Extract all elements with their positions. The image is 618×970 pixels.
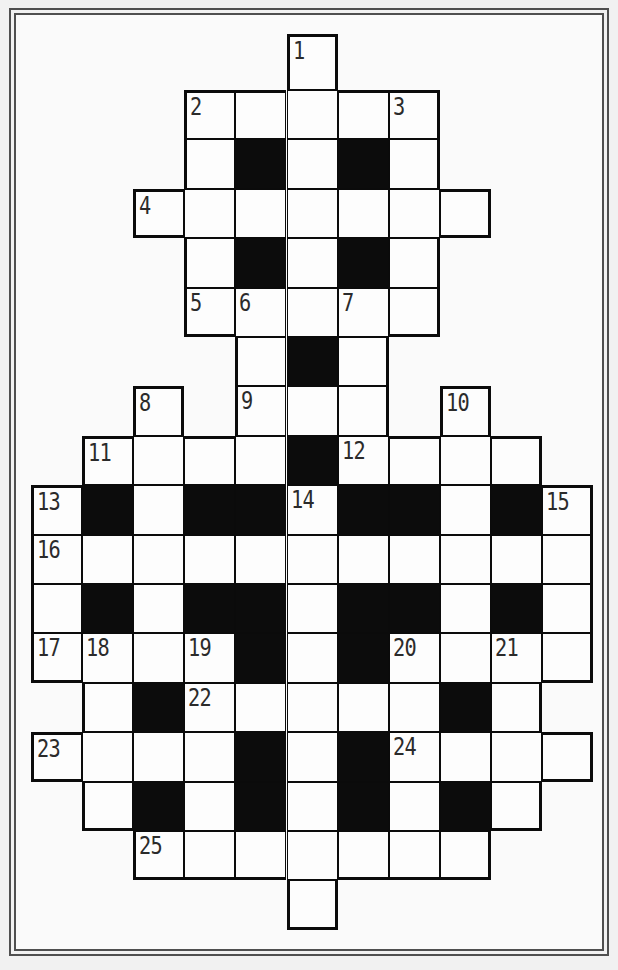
clue-number-19: 19 — [188, 635, 211, 660]
cell-r13c3[interactable]: 22 — [184, 683, 235, 732]
cell-r9c2[interactable] — [133, 485, 184, 534]
cell-r13c5[interactable] — [287, 683, 338, 732]
page: { "game": "crossword", "description": "E… — [0, 0, 618, 970]
cell-r10c0[interactable]: 16 — [31, 535, 82, 584]
black-cell-r15c2 — [133, 782, 184, 831]
cell-r4c7[interactable] — [389, 238, 440, 287]
black-cell-r9c3 — [184, 485, 235, 534]
black-cell-r9c6 — [338, 485, 389, 534]
clue-number-3: 3 — [393, 94, 404, 119]
clue-number-7: 7 — [342, 290, 353, 315]
cell-r10c8[interactable] — [440, 535, 491, 584]
cell-r3c2[interactable]: 4 — [133, 189, 184, 238]
clue-number-23: 23 — [37, 736, 60, 761]
cell-r8c6[interactable]: 12 — [338, 436, 389, 485]
cell-r13c1[interactable] — [82, 683, 133, 732]
black-cell-r13c2 — [133, 683, 184, 732]
cell-r12c5[interactable] — [287, 633, 338, 682]
clue-number-24: 24 — [393, 734, 416, 759]
cell-r12c3[interactable]: 19 — [184, 633, 235, 682]
cell-r5c4[interactable]: 6 — [235, 288, 286, 337]
clue-number-15: 15 — [546, 489, 569, 514]
cell-r7c5[interactable] — [287, 386, 338, 435]
clue-number-16: 16 — [37, 537, 60, 562]
black-cell-r9c9 — [491, 485, 542, 534]
black-cell-r13c8 — [440, 683, 491, 732]
cell-r12c10[interactable] — [542, 633, 593, 682]
black-cell-r2c6 — [338, 139, 389, 188]
black-cell-r15c4 — [235, 782, 286, 831]
black-cell-r11c3 — [184, 584, 235, 633]
black-cell-r4c4 — [235, 238, 286, 287]
black-cell-r11c7 — [389, 584, 440, 633]
cell-r14c9[interactable] — [491, 732, 542, 781]
cell-r7c6[interactable] — [338, 386, 389, 435]
black-cell-r9c7 — [389, 485, 440, 534]
cell-r14c10[interactable] — [542, 732, 593, 781]
cell-r10c4[interactable] — [235, 535, 286, 584]
cell-r13c6[interactable] — [338, 683, 389, 732]
black-cell-r6c5 — [287, 337, 338, 386]
cell-r8c3[interactable] — [184, 436, 235, 485]
black-cell-r9c4 — [235, 485, 286, 534]
cell-r16c7[interactable] — [389, 831, 440, 880]
cell-r8c9[interactable] — [491, 436, 542, 485]
cell-r5c7[interactable] — [389, 288, 440, 337]
cell-r8c1[interactable]: 11 — [82, 436, 133, 485]
cell-r6c4[interactable] — [235, 337, 286, 386]
cell-r12c7[interactable]: 20 — [389, 633, 440, 682]
clue-number-20: 20 — [393, 635, 416, 660]
cell-r11c5[interactable] — [287, 584, 338, 633]
cell-r2c3[interactable] — [184, 139, 235, 188]
cell-r11c0[interactable] — [31, 584, 82, 633]
cell-r7c2[interactable]: 8 — [133, 386, 184, 435]
clue-number-6: 6 — [239, 290, 250, 315]
clue-number-9: 9 — [241, 388, 252, 413]
cell-r4c5[interactable] — [287, 238, 338, 287]
cell-r8c8[interactable] — [440, 436, 491, 485]
clue-number-5: 5 — [190, 290, 201, 315]
cell-r8c7[interactable] — [389, 436, 440, 485]
cell-r2c7[interactable] — [389, 139, 440, 188]
cell-r14c3[interactable] — [184, 732, 235, 781]
cell-r3c8[interactable] — [440, 189, 491, 238]
cell-r2c5[interactable] — [287, 139, 338, 188]
cell-r10c7[interactable] — [389, 535, 440, 584]
cell-r11c8[interactable] — [440, 584, 491, 633]
cell-r12c2[interactable] — [133, 633, 184, 682]
cell-r16c2[interactable]: 25 — [133, 831, 184, 880]
cell-r1c5[interactable] — [287, 90, 338, 139]
cell-r5c6[interactable]: 7 — [338, 288, 389, 337]
clue-number-2: 2 — [190, 94, 201, 119]
cell-r5c3[interactable]: 5 — [184, 288, 235, 337]
cell-r3c6[interactable] — [338, 189, 389, 238]
cell-r13c9[interactable] — [491, 683, 542, 732]
cell-r15c5[interactable] — [287, 782, 338, 831]
clue-number-21: 21 — [495, 635, 518, 660]
clue-number-10: 10 — [446, 390, 469, 415]
black-cell-r15c8 — [440, 782, 491, 831]
clue-number-11: 11 — [88, 440, 111, 465]
cell-r8c4[interactable] — [235, 436, 286, 485]
cell-r12c8[interactable] — [440, 633, 491, 682]
cell-r0c5[interactable]: 1 — [287, 34, 338, 90]
cell-r16c8[interactable] — [440, 831, 491, 880]
cell-r16c3[interactable] — [184, 831, 235, 880]
cell-r14c8[interactable] — [440, 732, 491, 781]
cell-r17c5[interactable] — [287, 880, 338, 929]
cell-r12c0[interactable]: 17 — [31, 633, 82, 682]
cell-r16c6[interactable] — [338, 831, 389, 880]
cell-r8c2[interactable] — [133, 436, 184, 485]
cell-r9c8[interactable] — [440, 485, 491, 534]
cell-r13c4[interactable] — [235, 683, 286, 732]
cell-r14c5[interactable] — [287, 732, 338, 781]
cell-r10c3[interactable] — [184, 535, 235, 584]
crossword-board: 1234567891011121314151617181920212223242… — [31, 34, 594, 930]
cell-r16c4[interactable] — [235, 831, 286, 880]
cell-r11c10[interactable] — [542, 584, 593, 633]
cell-r1c3[interactable]: 2 — [184, 90, 235, 139]
cell-r16c5[interactable] — [287, 831, 338, 880]
cell-r12c1[interactable]: 18 — [82, 633, 133, 682]
cell-r3c4[interactable] — [235, 189, 286, 238]
cell-r14c2[interactable] — [133, 732, 184, 781]
cell-r3c3[interactable] — [184, 189, 235, 238]
clue-number-17: 17 — [37, 635, 60, 660]
cell-r9c5[interactable]: 14 — [287, 485, 338, 534]
black-cell-r14c4 — [235, 732, 286, 781]
clue-number-12: 12 — [342, 438, 365, 463]
cell-r15c3[interactable] — [184, 782, 235, 831]
cell-r10c2[interactable] — [133, 535, 184, 584]
black-cell-r11c9 — [491, 584, 542, 633]
black-cell-r15c6 — [338, 782, 389, 831]
black-cell-r11c1 — [82, 584, 133, 633]
cell-r15c7[interactable] — [389, 782, 440, 831]
cell-r5c5[interactable] — [287, 288, 338, 337]
clue-number-25: 25 — [139, 833, 162, 858]
cell-r10c6[interactable] — [338, 535, 389, 584]
clue-number-1: 1 — [293, 38, 304, 63]
cell-r7c4[interactable]: 9 — [235, 386, 286, 435]
clue-number-18: 18 — [86, 635, 109, 660]
black-cell-r11c6 — [338, 584, 389, 633]
cell-r10c1[interactable] — [82, 535, 133, 584]
black-cell-r9c1 — [82, 485, 133, 534]
cell-r15c1[interactable] — [82, 782, 133, 831]
cell-r15c9[interactable] — [491, 782, 542, 831]
black-cell-r11c4 — [235, 584, 286, 633]
clue-number-22: 22 — [188, 685, 211, 710]
clue-number-4: 4 — [139, 193, 150, 218]
cell-r1c7[interactable]: 3 — [389, 90, 440, 139]
black-cell-r2c4 — [235, 139, 286, 188]
black-cell-r8c5 — [287, 436, 338, 485]
cell-r14c7[interactable]: 24 — [389, 732, 440, 781]
cell-r1c4[interactable] — [235, 90, 286, 139]
clue-number-13: 13 — [37, 489, 60, 514]
cell-r7c8[interactable]: 10 — [440, 386, 491, 435]
cell-r14c1[interactable] — [82, 732, 133, 781]
cell-r1c6[interactable] — [338, 90, 389, 139]
cell-r10c10[interactable] — [542, 535, 593, 584]
black-cell-r4c6 — [338, 238, 389, 287]
cell-r13c7[interactable] — [389, 683, 440, 732]
black-cell-r14c6 — [338, 732, 389, 781]
clue-number-8: 8 — [139, 390, 150, 415]
cell-r14c0[interactable]: 23 — [31, 732, 82, 781]
cell-r12c9[interactable]: 21 — [491, 633, 542, 682]
cell-r9c0[interactable]: 13 — [31, 485, 82, 534]
cell-r11c2[interactable] — [133, 584, 184, 633]
cell-r3c7[interactable] — [389, 189, 440, 238]
cell-r9c10[interactable]: 15 — [542, 485, 593, 534]
cell-r3c5[interactable] — [287, 189, 338, 238]
cell-r6c6[interactable] — [338, 337, 389, 386]
cell-r10c5[interactable] — [287, 535, 338, 584]
cell-r10c9[interactable] — [491, 535, 542, 584]
cell-r4c3[interactable] — [184, 238, 235, 287]
clue-number-14: 14 — [291, 487, 314, 512]
black-cell-r12c6 — [338, 633, 389, 682]
black-cell-r12c4 — [235, 633, 286, 682]
